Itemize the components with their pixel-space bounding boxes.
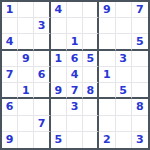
cell-r7c4[interactable] — [51, 99, 67, 115]
cell-r2c1[interactable] — [2, 18, 18, 34]
given-digit: 5 — [86, 53, 94, 64]
cell-r2c4[interactable] — [51, 18, 67, 34]
cell-r4c3[interactable] — [34, 51, 50, 67]
cell-r3c5[interactable]: 1 — [67, 34, 83, 50]
cell-r4c6[interactable]: 5 — [83, 51, 99, 67]
given-digit: 1 — [6, 4, 14, 15]
cell-r6c7[interactable] — [99, 83, 115, 99]
cell-r3c7[interactable] — [99, 34, 115, 50]
given-digit: 9 — [6, 134, 14, 145]
cell-r1c8[interactable] — [116, 2, 132, 18]
cell-r1c6[interactable] — [83, 2, 99, 18]
cell-r7c8[interactable] — [116, 99, 132, 115]
given-digit: 2 — [103, 134, 111, 145]
cell-r2c9[interactable] — [132, 18, 148, 34]
cell-r4c5[interactable]: 6 — [67, 51, 83, 67]
given-digit: 3 — [119, 53, 127, 64]
cell-r4c1[interactable] — [2, 51, 18, 67]
cell-r7c7[interactable] — [99, 99, 115, 115]
given-digit: 7 — [38, 118, 46, 129]
cell-r5c2[interactable] — [18, 67, 34, 83]
given-digit: 1 — [71, 36, 79, 47]
cell-r6c1[interactable] — [2, 83, 18, 99]
cell-r7c1[interactable]: 6 — [2, 99, 18, 115]
cell-r4c2[interactable]: 9 — [18, 51, 34, 67]
cell-r1c1[interactable]: 1 — [2, 2, 18, 18]
given-digit: 7 — [6, 69, 14, 80]
cell-r5c5[interactable]: 4 — [67, 67, 83, 83]
cell-r2c7[interactable] — [99, 18, 115, 34]
cell-r7c9[interactable]: 8 — [132, 99, 148, 115]
cell-r5c9[interactable] — [132, 67, 148, 83]
sudoku-puzzle: 149734159165376411978563879523 — [0, 0, 150, 150]
given-digit: 9 — [22, 53, 30, 64]
given-digit: 3 — [38, 20, 46, 31]
cell-r3c4[interactable] — [51, 34, 67, 50]
cell-r5c8[interactable] — [116, 67, 132, 83]
given-digit: 1 — [22, 85, 30, 96]
cell-r1c2[interactable] — [18, 2, 34, 18]
given-digit: 3 — [71, 101, 79, 112]
cell-r6c9[interactable] — [132, 83, 148, 99]
cell-r7c3[interactable] — [34, 99, 50, 115]
cell-r6c2[interactable]: 1 — [18, 83, 34, 99]
given-digit: 5 — [136, 36, 144, 47]
given-digit: 4 — [6, 36, 14, 47]
cell-r7c5[interactable]: 3 — [67, 99, 83, 115]
given-digit: 1 — [54, 53, 62, 64]
cell-r5c6[interactable] — [83, 67, 99, 83]
given-digit: 7 — [71, 85, 79, 96]
cell-r5c3[interactable]: 6 — [34, 67, 50, 83]
cell-r8c5[interactable] — [67, 116, 83, 132]
cell-r8c8[interactable] — [116, 116, 132, 132]
cell-r4c9[interactable] — [132, 51, 148, 67]
cell-r6c5[interactable]: 7 — [67, 83, 83, 99]
given-digit: 9 — [54, 85, 62, 96]
cell-r7c6[interactable] — [83, 99, 99, 115]
cell-r9c3[interactable] — [34, 132, 50, 148]
cell-r6c3[interactable] — [34, 83, 50, 99]
cell-r9c1[interactable]: 9 — [2, 132, 18, 148]
cell-r5c4[interactable] — [51, 67, 67, 83]
cell-r5c7[interactable]: 1 — [99, 67, 115, 83]
cell-r9c9[interactable]: 3 — [132, 132, 148, 148]
given-digit: 3 — [136, 134, 144, 145]
cell-r4c8[interactable]: 3 — [116, 51, 132, 67]
given-digit: 4 — [54, 4, 62, 15]
cell-r5c1[interactable]: 7 — [2, 67, 18, 83]
cell-r1c4[interactable]: 4 — [51, 2, 67, 18]
cell-r2c8[interactable] — [116, 18, 132, 34]
cell-r2c2[interactable] — [18, 18, 34, 34]
cell-r9c8[interactable] — [116, 132, 132, 148]
cell-r2c5[interactable] — [67, 18, 83, 34]
cell-r4c4[interactable]: 1 — [51, 51, 67, 67]
given-digit: 1 — [103, 69, 111, 80]
cell-r3c6[interactable] — [83, 34, 99, 50]
cell-r9c4[interactable]: 5 — [51, 132, 67, 148]
cell-r8c1[interactable] — [2, 116, 18, 132]
cell-r9c5[interactable] — [67, 132, 83, 148]
given-digit: 7 — [136, 4, 144, 15]
cell-r6c4[interactable]: 9 — [51, 83, 67, 99]
cell-r1c9[interactable]: 7 — [132, 2, 148, 18]
cell-r1c7[interactable]: 9 — [99, 2, 115, 18]
cell-r8c7[interactable] — [99, 116, 115, 132]
cell-r6c8[interactable]: 5 — [116, 83, 132, 99]
cell-r2c3[interactable]: 3 — [34, 18, 50, 34]
cell-r4c7[interactable] — [99, 51, 115, 67]
sudoku-board: 149734159165376411978563879523 — [0, 0, 150, 150]
given-digit: 6 — [38, 69, 46, 80]
cell-r8c3[interactable]: 7 — [34, 116, 50, 132]
cell-r8c2[interactable] — [18, 116, 34, 132]
cell-r3c1[interactable]: 4 — [2, 34, 18, 50]
given-digit: 8 — [136, 101, 144, 112]
given-digit: 4 — [71, 69, 79, 80]
cell-r3c3[interactable] — [34, 34, 50, 50]
cell-r6c6[interactable]: 8 — [83, 83, 99, 99]
cell-r9c6[interactable] — [83, 132, 99, 148]
cell-r7c2[interactable] — [18, 99, 34, 115]
given-digit: 8 — [86, 85, 94, 96]
cell-r2c6[interactable] — [83, 18, 99, 34]
cell-r8c4[interactable] — [51, 116, 67, 132]
cell-r9c2[interactable] — [18, 132, 34, 148]
cell-r9c7[interactable]: 2 — [99, 132, 115, 148]
cell-r8c6[interactable] — [83, 116, 99, 132]
cell-r1c5[interactable] — [67, 2, 83, 18]
cell-r3c9[interactable]: 5 — [132, 34, 148, 50]
cell-r8c9[interactable] — [132, 116, 148, 132]
given-digit: 6 — [71, 53, 79, 64]
cell-r3c8[interactable] — [116, 34, 132, 50]
given-digit: 6 — [6, 101, 14, 112]
cell-r1c3[interactable] — [34, 2, 50, 18]
cell-r3c2[interactable] — [18, 34, 34, 50]
given-digit: 5 — [54, 134, 62, 145]
given-digit: 9 — [103, 4, 111, 15]
given-digit: 5 — [119, 85, 127, 96]
